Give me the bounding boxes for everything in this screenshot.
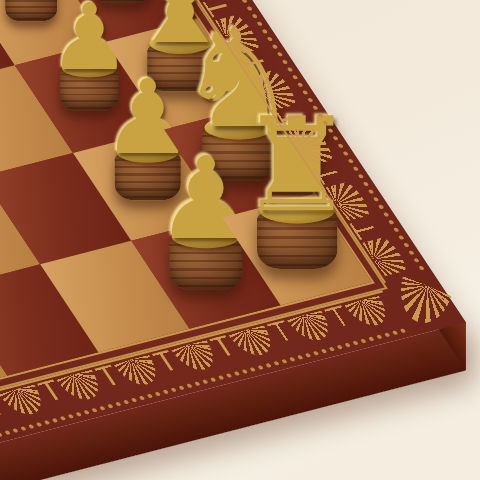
stem-ornament <box>349 219 378 240</box>
photo-stage: ♜♟♟♜♞♟♟♞♝♟♟♝♛♟♟♛♚♟♟♚♝♟♟♝♞♟♟♞♜♟♟♜ <box>0 0 480 480</box>
stem-ornament <box>202 0 231 18</box>
stem-ornament <box>239 53 268 74</box>
stem-ornament <box>276 108 305 129</box>
palmette-leaf-ornament <box>343 296 394 329</box>
stem-ornament <box>313 164 342 185</box>
